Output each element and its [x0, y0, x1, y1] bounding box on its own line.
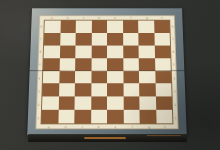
- rank-label: 2: [37, 100, 40, 107]
- square-d3[interactable]: [91, 84, 107, 97]
- square-h1[interactable]: [156, 110, 173, 123]
- rank-label: 1: [174, 114, 177, 121]
- file-label: c: [79, 16, 87, 18]
- square-d4[interactable]: [91, 71, 107, 84]
- rank-label: 6: [172, 48, 175, 55]
- square-f4[interactable]: [123, 71, 139, 84]
- square-b7[interactable]: [60, 33, 76, 45]
- rank-label: 3: [173, 87, 176, 94]
- rank-label: 7: [172, 35, 175, 42]
- file-labels-bottom: abcdefgh: [40, 124, 173, 129]
- square-f1[interactable]: [123, 110, 139, 123]
- square-c1[interactable]: [74, 110, 90, 123]
- wood-edge-glint: [147, 135, 181, 136]
- board-margin: abcdefgh abcdefgh 87654321 87654321: [35, 15, 178, 129]
- square-f6[interactable]: [123, 45, 139, 58]
- square-e4[interactable]: [107, 71, 123, 84]
- square-b5[interactable]: [59, 58, 75, 71]
- rank-label: 6: [39, 48, 42, 55]
- file-label: a: [48, 16, 56, 18]
- file-label: e: [111, 16, 119, 18]
- square-b1[interactable]: [58, 110, 75, 123]
- file-label: d: [95, 16, 103, 18]
- file-label: b: [61, 125, 70, 128]
- file-label: f: [127, 16, 135, 18]
- file-label: h: [161, 125, 170, 128]
- board-frame: abcdefgh abcdefgh 87654321 87654321: [27, 8, 186, 135]
- rank-label: 4: [38, 74, 41, 81]
- square-f5[interactable]: [123, 58, 139, 71]
- rank-label: 2: [174, 100, 177, 107]
- file-label: a: [44, 125, 53, 128]
- rank-label: 1: [37, 114, 40, 121]
- square-e7[interactable]: [107, 33, 123, 45]
- tabletop-background: abcdefgh abcdefgh 87654321 87654321: [0, 0, 220, 150]
- square-d1[interactable]: [91, 110, 107, 123]
- square-c3[interactable]: [75, 84, 91, 97]
- file-label: c: [78, 125, 87, 128]
- file-label: b: [63, 16, 71, 18]
- square-b8[interactable]: [60, 21, 76, 33]
- board-side-edge: [28, 134, 187, 142]
- square-d6[interactable]: [91, 45, 107, 58]
- square-g6[interactable]: [139, 45, 155, 58]
- file-label: g: [144, 125, 153, 128]
- square-f8[interactable]: [123, 21, 139, 33]
- square-g4[interactable]: [139, 71, 155, 84]
- square-h6[interactable]: [154, 45, 170, 58]
- square-a1[interactable]: [42, 110, 59, 123]
- square-f2[interactable]: [123, 97, 139, 110]
- square-c6[interactable]: [75, 45, 91, 58]
- file-label: f: [128, 125, 137, 128]
- square-h4[interactable]: [155, 71, 171, 84]
- square-h5[interactable]: [155, 58, 171, 71]
- square-a2[interactable]: [42, 97, 59, 110]
- square-b2[interactable]: [58, 97, 74, 110]
- square-g8[interactable]: [138, 21, 154, 33]
- file-label: h: [158, 16, 166, 18]
- square-e2[interactable]: [107, 97, 123, 110]
- square-g7[interactable]: [138, 33, 154, 45]
- square-f3[interactable]: [123, 84, 139, 97]
- square-c5[interactable]: [75, 58, 91, 71]
- square-e1[interactable]: [107, 110, 123, 123]
- board-squares: [41, 20, 174, 125]
- file-label: d: [94, 125, 103, 128]
- square-a6[interactable]: [44, 45, 60, 58]
- square-c8[interactable]: [76, 21, 92, 33]
- square-g1[interactable]: [140, 110, 157, 123]
- square-h8[interactable]: [154, 21, 170, 33]
- square-g5[interactable]: [139, 58, 155, 71]
- square-a5[interactable]: [43, 58, 59, 71]
- square-h7[interactable]: [154, 33, 170, 45]
- rank-label: 7: [40, 35, 43, 42]
- square-g2[interactable]: [139, 97, 155, 110]
- square-b6[interactable]: [59, 45, 75, 58]
- square-a3[interactable]: [42, 84, 58, 97]
- square-b4[interactable]: [59, 71, 75, 84]
- wood-edge-glint: [84, 137, 126, 139]
- square-e3[interactable]: [107, 84, 123, 97]
- square-c2[interactable]: [74, 97, 90, 110]
- square-e5[interactable]: [107, 58, 123, 71]
- file-label: e: [111, 125, 120, 128]
- square-c4[interactable]: [75, 71, 91, 84]
- square-d5[interactable]: [91, 58, 107, 71]
- rank-label: 4: [173, 74, 176, 81]
- square-d8[interactable]: [91, 21, 107, 33]
- fold-seam: [30, 70, 185, 71]
- chess-board: abcdefgh abcdefgh 87654321 87654321: [27, 8, 187, 142]
- rank-label: 8: [171, 23, 174, 30]
- square-b3[interactable]: [59, 84, 75, 97]
- rank-label: 5: [173, 61, 176, 68]
- rank-label: 3: [38, 87, 41, 94]
- square-e8[interactable]: [107, 21, 123, 33]
- square-h3[interactable]: [155, 84, 171, 97]
- square-d2[interactable]: [91, 97, 107, 110]
- file-label: g: [142, 16, 150, 18]
- square-f7[interactable]: [123, 33, 139, 45]
- rank-label: 5: [39, 61, 42, 68]
- square-a7[interactable]: [44, 33, 60, 45]
- square-c7[interactable]: [75, 33, 91, 45]
- square-a8[interactable]: [44, 21, 60, 33]
- square-a4[interactable]: [43, 71, 59, 84]
- square-g3[interactable]: [139, 84, 155, 97]
- square-h2[interactable]: [155, 97, 172, 110]
- square-d7[interactable]: [91, 33, 107, 45]
- rank-label: 8: [40, 23, 43, 30]
- square-e6[interactable]: [107, 45, 123, 58]
